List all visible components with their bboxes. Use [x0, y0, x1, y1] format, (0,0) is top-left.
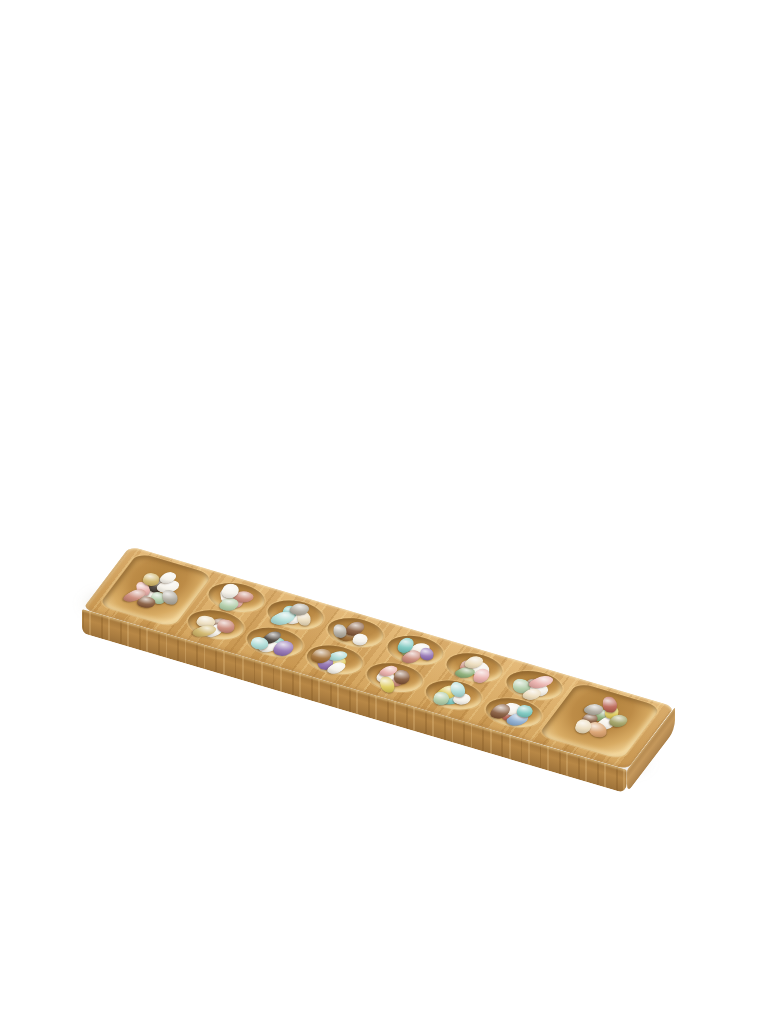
gemstone-gray[interactable] — [162, 589, 178, 605]
product-photo — [0, 0, 768, 1024]
gemstone-purple[interactable] — [419, 647, 434, 661]
